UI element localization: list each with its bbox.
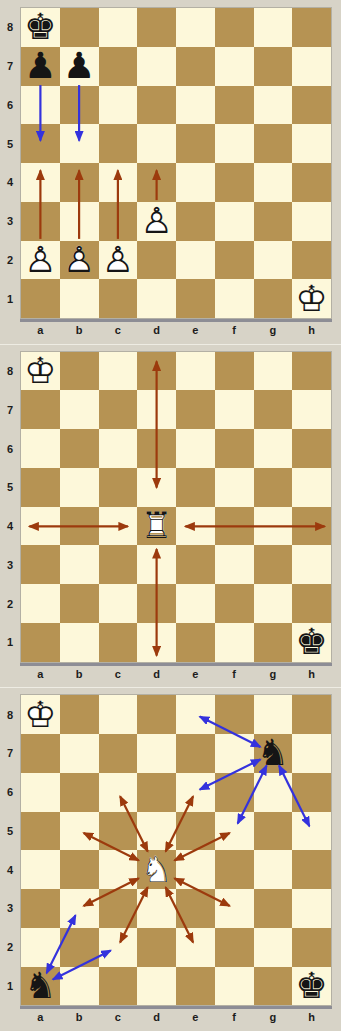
square-e5[interactable] [176,124,215,163]
square-a2[interactable]: ♟♙ [21,241,60,280]
square-g8[interactable] [254,8,293,47]
white-knight[interactable]: ♞♘ [137,850,176,889]
square-h8[interactable] [292,352,331,391]
square-a3[interactable] [21,545,60,584]
rank-label-8: 8 [0,8,20,47]
square-a8[interactable]: ♚ [21,8,60,47]
rank-label-6: 6 [0,773,20,812]
square-a5[interactable] [21,468,60,507]
square-c2[interactable]: ♟♙ [99,241,138,280]
square-g7[interactable] [254,390,293,429]
square-b5[interactable] [60,468,99,507]
white-rook[interactable]: ♜♖ [137,507,176,546]
square-g4[interactable] [254,507,293,546]
square-d7[interactable] [137,47,176,86]
square-d1[interactable] [137,623,176,662]
square-d4[interactable]: ♞♘ [137,850,176,889]
white-pawn[interactable]: ♟♙ [137,202,176,241]
rank-label-8: 8 [0,695,20,734]
square-g8[interactable] [254,352,293,391]
square-a6[interactable] [21,429,60,468]
square-g4[interactable] [254,850,293,889]
square-c3[interactable] [99,545,138,584]
square-h6[interactable] [292,86,331,125]
square-g2[interactable] [254,584,293,623]
square-c5[interactable] [99,812,138,851]
square-a7[interactable]: ♟ [21,47,60,86]
square-c6[interactable] [99,773,138,812]
square-a8[interactable]: ♚♔ [21,695,60,734]
square-h2[interactable] [292,928,331,967]
square-d2[interactable] [137,928,176,967]
square-c1[interactable] [99,623,138,662]
square-e7[interactable] [176,734,215,773]
square-g4[interactable] [254,163,293,202]
file-label-h: h [292,667,331,682]
square-f6[interactable] [215,86,254,125]
rank-label-8: 8 [0,352,20,391]
square-d8[interactable] [137,695,176,734]
square-h6[interactable] [292,773,331,812]
square-a7[interactable] [21,734,60,773]
square-h4[interactable] [292,850,331,889]
file-label-b: b [60,1010,99,1025]
square-g1[interactable] [254,279,293,318]
square-f8[interactable] [215,695,254,734]
square-d5[interactable] [137,124,176,163]
square-e1[interactable] [176,279,215,318]
square-c8[interactable] [99,352,138,391]
square-h7[interactable] [292,390,331,429]
square-g5[interactable] [254,812,293,851]
square-g6[interactable] [254,429,293,468]
square-h5[interactable] [292,812,331,851]
square-f5[interactable] [215,812,254,851]
square-c8[interactable] [99,8,138,47]
square-d3[interactable]: ♟♙ [137,202,176,241]
board-panel-pawn-moves: 87654321♚♟♟♟♙♟♙♟♙♟♙♚♔abcdefgh [0,0,341,344]
file-label-c: c [99,667,138,682]
square-h3[interactable] [292,889,331,928]
square-h8[interactable] [292,8,331,47]
square-e5[interactable] [176,812,215,851]
white-king[interactable]: ♚♔ [292,279,331,318]
square-e2[interactable] [176,241,215,280]
square-c6[interactable] [99,429,138,468]
square-a3[interactable] [21,202,60,241]
square-c8[interactable] [99,695,138,734]
square-f4[interactable] [215,163,254,202]
square-a4[interactable] [21,507,60,546]
square-e2[interactable] [176,584,215,623]
square-b4[interactable] [60,507,99,546]
square-c5[interactable] [99,124,138,163]
square-f3[interactable] [215,545,254,584]
square-g3[interactable] [254,889,293,928]
rank-label-1: 1 [0,623,20,662]
file-label-d: d [137,323,176,338]
square-h8[interactable] [292,695,331,734]
square-b3[interactable] [60,545,99,584]
square-a5[interactable] [21,812,60,851]
square-a6[interactable] [21,773,60,812]
square-d4[interactable] [137,163,176,202]
square-h7[interactable] [292,47,331,86]
square-g7[interactable]: ♞ [254,734,293,773]
file-label-f: f [215,323,254,338]
square-f4[interactable] [215,850,254,889]
file-labels: abcdefgh [21,667,331,682]
square-a1[interactable] [21,623,60,662]
square-b7[interactable] [60,734,99,773]
square-e4[interactable] [176,850,215,889]
square-h6[interactable] [292,429,331,468]
square-f6[interactable] [215,773,254,812]
square-c3[interactable] [99,889,138,928]
square-a7[interactable] [21,390,60,429]
square-b2[interactable]: ♟♙ [60,241,99,280]
file-label-a: a [21,1010,60,1025]
square-a8[interactable]: ♚♔ [21,352,60,391]
square-d1[interactable] [137,967,176,1006]
square-d1[interactable] [137,279,176,318]
black-knight[interactable]: ♞ [21,967,60,1006]
black-king[interactable]: ♚ [292,967,331,1006]
square-g2[interactable] [254,241,293,280]
square-h1[interactable]: ♚ [292,967,331,1006]
square-d4[interactable]: ♜♖ [137,507,176,546]
square-e7[interactable] [176,390,215,429]
square-b3[interactable] [60,202,99,241]
square-c7[interactable] [99,390,138,429]
white-pawn[interactable]: ♟♙ [60,241,99,280]
rank-label-4: 4 [0,163,20,202]
square-c7[interactable] [99,734,138,773]
square-c4[interactable] [99,850,138,889]
chessboard-knight-moves: ♚♔♞♞♘♞♚ [20,694,332,1006]
square-e8[interactable] [176,695,215,734]
file-label-g: g [254,323,293,338]
square-b7[interactable] [60,390,99,429]
rank-label-7: 7 [0,47,20,86]
rank-label-5: 5 [0,812,20,851]
square-b2[interactable] [60,928,99,967]
white-king[interactable]: ♚♔ [21,695,60,734]
file-label-a: a [21,667,60,682]
square-h1[interactable]: ♚ [292,623,331,662]
square-e6[interactable] [176,429,215,468]
square-b7[interactable]: ♟ [60,47,99,86]
square-e3[interactable] [176,889,215,928]
chessboard-pawn-moves: ♚♟♟♟♙♟♙♟♙♟♙♚♔ [20,7,332,319]
square-c7[interactable] [99,47,138,86]
square-e4[interactable] [176,163,215,202]
square-h3[interactable] [292,202,331,241]
square-a3[interactable] [21,889,60,928]
square-g5[interactable] [254,124,293,163]
square-d5[interactable] [137,468,176,507]
white-king[interactable]: ♚♔ [21,352,60,391]
square-h3[interactable] [292,545,331,584]
board-panel-knight-moves: 87654321♚♔♞♞♘♞♚abcdefgh [0,687,341,1031]
square-e6[interactable] [176,86,215,125]
square-f7[interactable] [215,390,254,429]
rank-label-7: 7 [0,734,20,773]
square-f1[interactable] [215,623,254,662]
square-d6[interactable] [137,86,176,125]
square-f7[interactable] [215,47,254,86]
file-label-f: f [215,667,254,682]
rank-label-5: 5 [0,124,20,163]
square-b2[interactable] [60,584,99,623]
square-d6[interactable] [137,429,176,468]
square-a5[interactable] [21,124,60,163]
square-h2[interactable] [292,241,331,280]
file-label-e: e [176,667,215,682]
chess-lesson-diagrams: 87654321♚♟♟♟♙♟♙♟♙♟♙♚♔abcdefgh 87654321♚♔… [0,0,341,1031]
square-h5[interactable] [292,124,331,163]
square-g1[interactable] [254,967,293,1006]
square-f2[interactable] [215,928,254,967]
white-pawn[interactable]: ♟♙ [21,241,60,280]
chessboard-rook-moves: ♚♔♜♖♚ [20,351,332,663]
square-g7[interactable] [254,47,293,86]
square-a1[interactable]: ♞ [21,967,60,1006]
square-a4[interactable] [21,163,60,202]
square-e3[interactable] [176,545,215,584]
file-label-f: f [215,1010,254,1025]
rank-label-4: 4 [0,507,20,546]
square-d7[interactable] [137,390,176,429]
square-b4[interactable] [60,163,99,202]
square-c6[interactable] [99,86,138,125]
square-a6[interactable] [21,86,60,125]
square-c5[interactable] [99,468,138,507]
square-f1[interactable] [215,279,254,318]
file-label-g: g [254,1010,293,1025]
square-b5[interactable] [60,812,99,851]
square-f4[interactable] [215,507,254,546]
square-b8[interactable] [60,352,99,391]
square-f8[interactable] [215,352,254,391]
file-label-b: b [60,667,99,682]
square-g1[interactable] [254,623,293,662]
square-e6[interactable] [176,773,215,812]
square-e5[interactable] [176,468,215,507]
square-g3[interactable] [254,202,293,241]
file-label-c: c [99,1010,138,1025]
rank-label-3: 3 [0,202,20,241]
square-b8[interactable] [60,8,99,47]
square-a4[interactable] [21,850,60,889]
black-pawn[interactable]: ♟ [60,47,99,86]
square-f7[interactable] [215,734,254,773]
square-e1[interactable] [176,967,215,1006]
square-f2[interactable] [215,241,254,280]
file-label-d: d [137,1010,176,1025]
board-panel-rook-moves: 87654321♚♔♜♖♚abcdefgh [0,344,341,688]
square-a1[interactable] [21,279,60,318]
square-d3[interactable] [137,889,176,928]
square-c2[interactable] [99,928,138,967]
square-e2[interactable] [176,928,215,967]
square-c3[interactable] [99,202,138,241]
square-a2[interactable] [21,584,60,623]
white-pawn[interactable]: ♟♙ [99,241,138,280]
square-b6[interactable] [60,773,99,812]
square-h4[interactable] [292,163,331,202]
rank-label-5: 5 [0,468,20,507]
square-f6[interactable] [215,429,254,468]
rank-label-1: 1 [0,279,20,318]
rank-label-3: 3 [0,889,20,928]
file-labels: abcdefgh [21,323,331,338]
square-h7[interactable] [292,734,331,773]
square-g6[interactable] [254,86,293,125]
square-d2[interactable] [137,241,176,280]
file-label-g: g [254,667,293,682]
square-b4[interactable] [60,850,99,889]
square-h1[interactable]: ♚♔ [292,279,331,318]
square-f5[interactable] [215,468,254,507]
square-d7[interactable] [137,734,176,773]
rank-label-2: 2 [0,584,20,623]
square-b1[interactable] [60,279,99,318]
square-b1[interactable] [60,967,99,1006]
square-b3[interactable] [60,889,99,928]
square-d2[interactable] [137,584,176,623]
square-c4[interactable] [99,507,138,546]
rank-label-2: 2 [0,928,20,967]
square-c2[interactable] [99,584,138,623]
square-f1[interactable] [215,967,254,1006]
square-e7[interactable] [176,47,215,86]
square-f5[interactable] [215,124,254,163]
file-label-d: d [137,667,176,682]
rank-label-1: 1 [0,967,20,1006]
square-c4[interactable] [99,163,138,202]
square-h4[interactable] [292,507,331,546]
black-knight[interactable]: ♞ [254,734,293,773]
square-d8[interactable] [137,352,176,391]
square-g2[interactable] [254,928,293,967]
square-e3[interactable] [176,202,215,241]
square-f3[interactable] [215,202,254,241]
square-g3[interactable] [254,545,293,584]
square-f3[interactable] [215,889,254,928]
square-b8[interactable] [60,695,99,734]
square-e8[interactable] [176,8,215,47]
file-label-h: h [292,1010,331,1025]
rank-label-2: 2 [0,241,20,280]
square-g8[interactable] [254,695,293,734]
black-king[interactable]: ♚ [21,8,60,47]
rank-label-4: 4 [0,850,20,889]
file-label-h: h [292,323,331,338]
black-king[interactable]: ♚ [292,623,331,662]
square-a2[interactable] [21,928,60,967]
square-e8[interactable] [176,352,215,391]
file-label-e: e [176,323,215,338]
file-label-a: a [21,323,60,338]
square-f8[interactable] [215,8,254,47]
square-b1[interactable] [60,623,99,662]
square-d5[interactable] [137,812,176,851]
square-h5[interactable] [292,468,331,507]
file-label-e: e [176,1010,215,1025]
square-b5[interactable] [60,124,99,163]
rank-label-6: 6 [0,429,20,468]
square-e4[interactable] [176,507,215,546]
square-c1[interactable] [99,967,138,1006]
square-b6[interactable] [60,86,99,125]
square-d8[interactable] [137,8,176,47]
square-g6[interactable] [254,773,293,812]
rank-label-6: 6 [0,86,20,125]
square-g5[interactable] [254,468,293,507]
square-f2[interactable] [215,584,254,623]
rank-label-7: 7 [0,390,20,429]
square-e1[interactable] [176,623,215,662]
file-label-c: c [99,323,138,338]
square-d3[interactable] [137,545,176,584]
square-h2[interactable] [292,584,331,623]
square-b6[interactable] [60,429,99,468]
file-label-b: b [60,323,99,338]
rank-label-3: 3 [0,545,20,584]
file-labels: abcdefgh [21,1010,331,1025]
square-c1[interactable] [99,279,138,318]
black-pawn[interactable]: ♟ [21,47,60,86]
square-d6[interactable] [137,773,176,812]
